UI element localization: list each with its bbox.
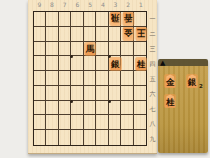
square-8-9[interactable] xyxy=(46,130,58,145)
gote-king-1二[interactable]: 王 xyxy=(135,27,147,41)
square-4-5[interactable] xyxy=(96,71,108,86)
square-4-8[interactable] xyxy=(96,115,108,130)
square-6-1[interactable] xyxy=(71,12,83,27)
rank-label-7: 七 xyxy=(149,105,157,112)
rank-label-5: 五 xyxy=(149,75,157,82)
file-label-9: 9 xyxy=(33,1,46,9)
square-2-8[interactable] xyxy=(121,115,133,130)
square-6-8[interactable] xyxy=(71,115,83,130)
square-9-1[interactable] xyxy=(34,12,46,27)
square-7-9[interactable] xyxy=(59,130,71,145)
square-7-3[interactable] xyxy=(59,42,71,57)
hoshi-dot xyxy=(70,55,73,58)
square-4-4[interactable] xyxy=(96,56,108,71)
gote-rook-3一[interactable]: 飛 xyxy=(109,12,121,26)
square-6-6[interactable] xyxy=(71,86,83,101)
square-3-7[interactable] xyxy=(109,101,121,116)
square-7-5[interactable] xyxy=(59,71,71,86)
square-3-9[interactable] xyxy=(109,130,121,145)
square-7-1[interactable] xyxy=(59,12,71,27)
square-8-7[interactable] xyxy=(46,101,58,116)
square-8-5[interactable] xyxy=(46,71,58,86)
hand-gold[interactable]: 金 xyxy=(164,74,176,88)
gote-gold-2二[interactable]: 金 xyxy=(122,27,134,41)
square-5-5[interactable] xyxy=(84,71,96,86)
file-label-4: 4 xyxy=(97,1,110,9)
square-6-4[interactable] xyxy=(71,56,83,71)
square-9-4[interactable] xyxy=(34,56,46,71)
square-1-6[interactable] xyxy=(134,86,146,101)
file-label-5: 5 xyxy=(84,1,97,9)
square-8-8[interactable] xyxy=(46,115,58,130)
square-9-3[interactable] xyxy=(34,42,46,57)
square-2-3[interactable] xyxy=(121,42,133,57)
komadai-piece-stand: ▲ 金銀2桂 xyxy=(158,59,208,153)
square-7-4[interactable] xyxy=(59,56,71,71)
square-4-2[interactable] xyxy=(96,27,108,42)
square-4-1[interactable] xyxy=(96,12,108,27)
square-5-8[interactable] xyxy=(84,115,96,130)
square-2-6[interactable] xyxy=(121,86,133,101)
square-5-1[interactable] xyxy=(84,12,96,27)
rank-label-9: 九 xyxy=(149,135,157,142)
square-7-7[interactable] xyxy=(59,101,71,116)
square-9-8[interactable] xyxy=(34,115,46,130)
square-5-7[interactable] xyxy=(84,101,96,116)
piece-kanji: 香 xyxy=(122,12,134,24)
shogi-board: 987654321一二三四五六七八九飛香金王馬銀桂 xyxy=(28,0,157,154)
square-6-7[interactable] xyxy=(71,101,83,116)
square-2-5[interactable] xyxy=(121,71,133,86)
hoshi-dot xyxy=(108,100,111,103)
square-1-8[interactable] xyxy=(134,115,146,130)
square-7-2[interactable] xyxy=(59,27,71,42)
sente-silver-3四[interactable]: 銀 xyxy=(109,57,121,71)
file-label-7: 7 xyxy=(58,1,71,9)
square-3-8[interactable] xyxy=(109,115,121,130)
square-2-4[interactable] xyxy=(121,56,133,71)
file-label-2: 2 xyxy=(122,1,135,9)
rank-label-1: 一 xyxy=(149,15,157,22)
square-8-3[interactable] xyxy=(46,42,58,57)
square-9-7[interactable] xyxy=(34,101,46,116)
rank-label-4: 四 xyxy=(149,60,157,67)
piece-kanji: 桂 xyxy=(164,96,176,108)
square-6-2[interactable] xyxy=(71,27,83,42)
file-label-8: 8 xyxy=(46,1,59,9)
sente-knight-1四[interactable]: 桂 xyxy=(135,57,147,71)
square-5-6[interactable] xyxy=(84,86,96,101)
square-5-2[interactable] xyxy=(84,27,96,42)
square-3-2[interactable] xyxy=(109,27,121,42)
square-4-9[interactable] xyxy=(96,130,108,145)
square-8-6[interactable] xyxy=(46,86,58,101)
square-6-9[interactable] xyxy=(71,130,83,145)
square-5-4[interactable] xyxy=(84,56,96,71)
square-8-2[interactable] xyxy=(46,27,58,42)
square-2-9[interactable] xyxy=(121,130,133,145)
piece-kanji: 銀 xyxy=(109,58,121,70)
rank-label-8: 八 xyxy=(149,120,157,127)
square-3-6[interactable] xyxy=(109,86,121,101)
square-2-7[interactable] xyxy=(121,101,133,116)
square-9-2[interactable] xyxy=(34,27,46,42)
square-6-3[interactable] xyxy=(71,42,83,57)
hand-knight[interactable]: 桂 xyxy=(164,94,176,108)
square-8-1[interactable] xyxy=(46,12,58,27)
hoshi-dot xyxy=(70,100,73,103)
square-9-5[interactable] xyxy=(34,71,46,86)
piece-kanji: 王 xyxy=(135,27,147,39)
square-7-6[interactable] xyxy=(59,86,71,101)
square-9-9[interactable] xyxy=(34,130,46,145)
square-4-7[interactable] xyxy=(96,101,108,116)
piece-kanji: 銀 xyxy=(186,76,198,88)
square-1-5[interactable] xyxy=(134,71,146,86)
piece-kanji: 金 xyxy=(122,27,134,39)
square-3-5[interactable] xyxy=(109,71,121,86)
file-label-3: 3 xyxy=(109,1,122,9)
piece-kanji: 金 xyxy=(164,76,176,88)
tsume-shogi-diagram: 987654321一二三四五六七八九飛香金王馬銀桂 ▲ 金銀2桂 xyxy=(0,0,210,158)
square-9-6[interactable] xyxy=(34,86,46,101)
sente-marker: ▲ xyxy=(160,59,168,67)
square-6-5[interactable] xyxy=(71,71,83,86)
rank-label-6: 六 xyxy=(149,90,157,97)
square-1-7[interactable] xyxy=(134,101,146,116)
piece-kanji: 馬 xyxy=(84,43,96,55)
hand-silver[interactable]: 銀 xyxy=(186,74,198,88)
square-7-8[interactable] xyxy=(59,115,71,130)
rank-label-3: 三 xyxy=(149,45,157,52)
piece-kanji: 飛 xyxy=(109,12,121,24)
square-1-1[interactable] xyxy=(134,12,146,27)
gote-lance-2一[interactable]: 香 xyxy=(122,12,134,26)
piece-kanji: 桂 xyxy=(135,58,147,70)
file-label-1: 1 xyxy=(135,1,148,9)
square-4-6[interactable] xyxy=(96,86,108,101)
square-4-3[interactable] xyxy=(96,42,108,57)
square-1-3[interactable] xyxy=(134,42,146,57)
sente-promoted-bishop-5三[interactable]: 馬 xyxy=(84,42,96,56)
square-5-9[interactable] xyxy=(84,130,96,145)
square-1-9[interactable] xyxy=(134,130,146,145)
square-8-4[interactable] xyxy=(46,56,58,71)
square-3-3[interactable] xyxy=(109,42,121,57)
rank-label-2: 二 xyxy=(149,30,157,37)
hand-silver-count: 2 xyxy=(199,83,203,89)
file-label-6: 6 xyxy=(71,1,84,9)
